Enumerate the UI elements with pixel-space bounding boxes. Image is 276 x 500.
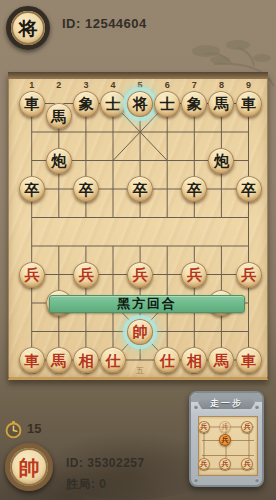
game-screen: 将 ID: 12544604 123456789 九八七六五四三二一 黑方回合 …	[0, 0, 276, 500]
col-label-bottom: 五	[131, 365, 149, 376]
mini-piece: 兵	[241, 421, 253, 433]
piece-仕[interactable]: 仕	[154, 347, 180, 373]
board[interactable]: 123456789 九八七六五四三二一 黑方回合 車馬象士将士象馬車炮炮卒卒卒卒…	[8, 72, 268, 380]
player-wins: 胜局: 0	[66, 476, 107, 493]
piece-相[interactable]: 相	[73, 347, 99, 373]
player-id: ID: 35302257	[66, 456, 145, 470]
piece-兵[interactable]: 兵	[236, 262, 262, 288]
piece-士[interactable]: 士	[154, 91, 180, 117]
player-avatar: 帥	[5, 443, 53, 491]
mini-piece: 兵	[241, 458, 253, 470]
mini-piece: 兵	[198, 421, 210, 433]
opponent-id: ID: 12544604	[62, 16, 147, 31]
piece-車[interactable]: 車	[19, 347, 45, 373]
col-label-top: 2	[50, 80, 68, 90]
col-label-top: 4	[104, 80, 122, 90]
piece-象[interactable]: 象	[73, 91, 99, 117]
bolt-icon	[255, 478, 259, 482]
timer-clock-icon	[4, 420, 23, 439]
piece-仕[interactable]: 仕	[100, 347, 126, 373]
piece-象[interactable]: 象	[181, 91, 207, 117]
piece-馬[interactable]: 馬	[46, 103, 72, 129]
col-label-top: 8	[212, 80, 230, 90]
piece-兵[interactable]: 兵	[73, 262, 99, 288]
mini-piece: 兵	[219, 434, 231, 446]
turn-banner: 黑方回合	[49, 295, 245, 313]
opponent-avatar-piece: 将	[11, 11, 45, 45]
col-label-top: 6	[158, 80, 176, 90]
timer-value: 15	[27, 421, 41, 436]
mini-piece: 兵	[219, 421, 231, 433]
piece-卒[interactable]: 卒	[19, 176, 45, 202]
player-avatar-piece: 帥	[10, 448, 48, 486]
hint-panel[interactable]: 走一步 兵兵兵兵兵兵兵	[189, 391, 264, 487]
piece-兵[interactable]: 兵	[19, 262, 45, 288]
piece-車[interactable]: 車	[236, 347, 262, 373]
piece-炮[interactable]: 炮	[208, 148, 234, 174]
piece-車[interactable]: 車	[19, 91, 45, 117]
piece-炮[interactable]: 炮	[46, 148, 72, 174]
piece-帥[interactable]: 帥	[127, 319, 153, 345]
piece-将[interactable]: 将	[127, 91, 153, 117]
col-label-top: 3	[77, 80, 95, 90]
mini-board[interactable]: 兵兵兵兵兵兵兵	[198, 416, 258, 476]
bolt-icon	[255, 405, 259, 409]
hint-panel-title: 走一步	[198, 397, 255, 409]
col-label-top: 9	[240, 80, 258, 90]
mini-piece: 兵	[219, 458, 231, 470]
piece-車[interactable]: 車	[236, 91, 262, 117]
piece-士[interactable]: 士	[100, 91, 126, 117]
mini-piece: 兵	[198, 458, 210, 470]
piece-兵[interactable]: 兵	[127, 262, 153, 288]
piece-馬[interactable]: 馬	[46, 347, 72, 373]
opponent-avatar: 将	[6, 6, 50, 50]
piece-卒[interactable]: 卒	[73, 176, 99, 202]
piece-兵[interactable]: 兵	[181, 262, 207, 288]
col-label-top: 5	[131, 80, 149, 90]
piece-馬[interactable]: 馬	[208, 91, 234, 117]
piece-卒[interactable]: 卒	[127, 176, 153, 202]
bolt-icon	[194, 405, 198, 409]
col-label-top: 1	[23, 80, 41, 90]
col-label-top: 7	[185, 80, 203, 90]
bolt-icon	[194, 478, 198, 482]
piece-卒[interactable]: 卒	[236, 176, 262, 202]
